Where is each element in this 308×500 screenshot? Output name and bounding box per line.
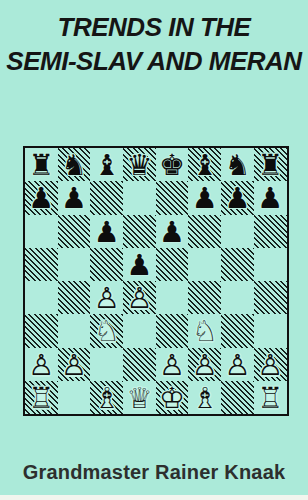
piece-black-knight: ♞ [221,148,254,181]
square-b4 [58,281,91,314]
square-c4: ♟♙ [90,281,123,314]
piece-white-pawn: ♟♙ [254,348,287,381]
square-d8: ♛ [123,148,156,181]
square-d1: ♛♕ [123,381,156,414]
square-f5 [188,248,221,281]
piece-black-pawn: ♟ [25,181,58,214]
square-c2 [90,348,123,381]
piece-white-king: ♚♔ [156,381,189,414]
square-g7: ♟ [221,181,254,214]
square-b1 [58,381,91,414]
title-line-1: TRENDS IN THE [0,10,308,44]
book-title: TRENDS IN THE SEMI-SLAV AND MERAN [0,10,308,78]
piece-black-queen: ♛ [123,148,156,181]
piece-white-bishop: ♝♗ [188,381,221,414]
square-h8: ♜ [254,148,287,181]
piece-black-king: ♚ [156,148,189,181]
square-h7: ♟ [254,181,287,214]
square-c7 [90,181,123,214]
title-line-2: SEMI-SLAV AND MERAN [0,44,308,78]
square-e3 [156,314,189,347]
page-edge [0,495,308,500]
piece-black-pawn: ♟ [90,215,123,248]
author-name: Grandmaster Rainer Knaak [0,461,308,484]
square-b3 [58,314,91,347]
piece-black-rook: ♜ [254,148,287,181]
piece-black-bishop: ♝ [188,148,221,181]
square-b2: ♟♙ [58,348,91,381]
square-a7: ♟ [25,181,58,214]
square-e1: ♚♔ [156,381,189,414]
piece-black-pawn: ♟ [254,181,287,214]
square-a5 [25,248,58,281]
square-a3 [25,314,58,347]
square-c8: ♝ [90,148,123,181]
square-c1: ♝♗ [90,381,123,414]
square-d3 [123,314,156,347]
square-f3: ♞♘ [188,314,221,347]
square-g2: ♟♙ [221,348,254,381]
square-h6 [254,215,287,248]
piece-white-rook: ♜♖ [25,381,58,414]
piece-black-pawn: ♟ [188,181,221,214]
piece-black-knight: ♞ [58,148,91,181]
square-f4 [188,281,221,314]
square-f6 [188,215,221,248]
square-f2: ♟♙ [188,348,221,381]
square-g3 [221,314,254,347]
square-g1 [221,381,254,414]
piece-black-rook: ♜ [25,148,58,181]
square-d6 [123,215,156,248]
piece-white-rook: ♜♖ [254,381,287,414]
square-h4 [254,281,287,314]
square-g8: ♞ [221,148,254,181]
square-a4 [25,281,58,314]
piece-white-bishop: ♝♗ [90,381,123,414]
square-a8: ♜ [25,148,58,181]
square-e5 [156,248,189,281]
square-e6: ♟ [156,215,189,248]
square-g5 [221,248,254,281]
book-cover: TRENDS IN THE SEMI-SLAV AND MERAN ♜♞♝♛♚♝… [0,0,308,500]
square-d7 [123,181,156,214]
square-d4: ♟♙ [123,281,156,314]
piece-white-pawn: ♟♙ [221,348,254,381]
piece-white-knight: ♞♘ [188,314,221,347]
square-a6 [25,215,58,248]
square-a2: ♟♙ [25,348,58,381]
square-f8: ♝ [188,148,221,181]
square-d5: ♟ [123,248,156,281]
piece-white-pawn: ♟♙ [188,348,221,381]
piece-white-pawn: ♟♙ [156,348,189,381]
piece-black-bishop: ♝ [90,148,123,181]
square-a1: ♜♖ [25,381,58,414]
square-b7: ♟ [58,181,91,214]
piece-white-pawn: ♟♙ [25,348,58,381]
piece-black-pawn: ♟ [221,181,254,214]
piece-white-pawn: ♟♙ [90,281,123,314]
square-c6: ♟ [90,215,123,248]
square-e8: ♚ [156,148,189,181]
piece-white-queen: ♛♕ [123,381,156,414]
piece-black-pawn: ♟ [58,181,91,214]
square-e4 [156,281,189,314]
square-g4 [221,281,254,314]
piece-white-pawn: ♟♙ [123,281,156,314]
square-b6 [58,215,91,248]
square-g6 [221,215,254,248]
chess-board: ♜♞♝♛♚♝♞♜♟♟♟♟♟♟♟♟♟♙♟♙♞♘♞♘♟♙♟♙♟♙♟♙♟♙♟♙♜♖♝♗… [23,146,289,416]
square-b5 [58,248,91,281]
piece-white-knight: ♞♘ [90,314,123,347]
square-c3: ♞♘ [90,314,123,347]
piece-black-pawn: ♟ [123,248,156,281]
square-h2: ♟♙ [254,348,287,381]
square-h1: ♜♖ [254,381,287,414]
square-f7: ♟ [188,181,221,214]
square-c5 [90,248,123,281]
square-f1: ♝♗ [188,381,221,414]
piece-black-pawn: ♟ [156,215,189,248]
square-e2: ♟♙ [156,348,189,381]
piece-white-pawn: ♟♙ [58,348,91,381]
square-d2 [123,348,156,381]
square-b8: ♞ [58,148,91,181]
square-h5 [254,248,287,281]
square-e7 [156,181,189,214]
square-h3 [254,314,287,347]
